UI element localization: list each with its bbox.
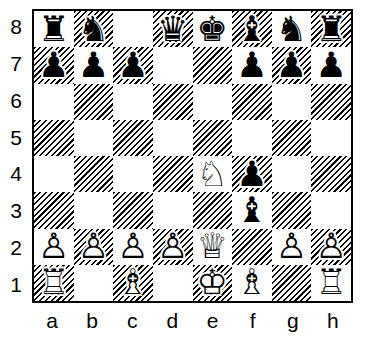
file-label-g: g [273, 303, 313, 339]
piece-black-pawn: ♟♟ [34, 47, 74, 83]
square-g3[interactable] [272, 192, 312, 228]
square-d1[interactable] [153, 265, 193, 301]
square-c7[interactable]: ♟♟ [113, 47, 153, 83]
piece-halo: ♜ [311, 11, 351, 47]
square-f7[interactable]: ♟♟ [232, 47, 272, 83]
piece-white-pawn: ♟♙ [272, 229, 312, 265]
piece-white-pawn: ♟♙ [74, 229, 114, 265]
piece-glyph: ♜ [34, 11, 74, 47]
rank-labels: 87654321 [0, 9, 32, 303]
square-e5[interactable] [193, 120, 233, 156]
piece-glyph: ♞ [74, 11, 114, 47]
piece-glyph: ♗ [232, 265, 272, 301]
piece-glyph: ♖ [34, 265, 74, 301]
piece-glyph: ♗ [113, 265, 153, 301]
piece-halo: ♝ [232, 265, 272, 301]
piece-glyph: ♖ [311, 265, 351, 301]
piece-halo: ♟ [34, 229, 74, 265]
piece-white-rook: ♜♖ [34, 265, 74, 301]
square-h4[interactable] [311, 156, 351, 192]
square-c5[interactable] [113, 120, 153, 156]
piece-black-pawn: ♟♟ [311, 47, 351, 83]
piece-glyph: ♚ [193, 11, 233, 47]
piece-white-pawn: ♟♙ [113, 229, 153, 265]
piece-white-pawn: ♟♙ [311, 229, 351, 265]
piece-white-bishop: ♝♗ [113, 265, 153, 301]
rank-label-8: 8 [0, 9, 32, 46]
piece-white-rook: ♜♖ [311, 265, 351, 301]
piece-halo: ♟ [232, 47, 272, 83]
square-g2[interactable]: ♟♙ [272, 229, 312, 265]
square-g7[interactable]: ♟♟ [272, 47, 312, 83]
file-label-d: d [152, 303, 192, 339]
piece-glyph: ♙ [113, 229, 153, 265]
piece-glyph: ♟ [34, 47, 74, 83]
square-b6[interactable] [74, 84, 114, 120]
square-e6[interactable] [193, 84, 233, 120]
file-label-c: c [112, 303, 152, 339]
file-label-h: h [313, 303, 353, 339]
square-c4[interactable] [113, 156, 153, 192]
piece-glyph: ♙ [311, 229, 351, 265]
chess-board: ♜♜♞♞♛♛♚♚♝♝♞♞♜♜♟♟♟♟♟♟♟♟♟♟♟♟♞♘♟♟♝♝♟♙♟♙♟♙♟♙… [32, 9, 353, 303]
piece-glyph: ♞ [272, 11, 312, 47]
piece-halo: ♞ [272, 11, 312, 47]
piece-glyph: ♙ [34, 229, 74, 265]
piece-glyph: ♙ [272, 229, 312, 265]
square-d3[interactable] [153, 192, 193, 228]
piece-halo: ♟ [232, 156, 272, 192]
piece-black-knight: ♞♞ [272, 11, 312, 47]
square-c2[interactable]: ♟♙ [113, 229, 153, 265]
square-f6[interactable] [232, 84, 272, 120]
square-e4[interactable]: ♞♘ [193, 156, 233, 192]
square-a8[interactable]: ♜♜ [34, 11, 74, 47]
square-g5[interactable] [272, 120, 312, 156]
rank-label-3: 3 [0, 193, 32, 230]
square-b7[interactable]: ♟♟ [74, 47, 114, 83]
rank-label-6: 6 [0, 83, 32, 120]
square-c1[interactable]: ♝♗ [113, 265, 153, 301]
rank-label-1: 1 [0, 266, 32, 303]
rank-label-5: 5 [0, 119, 32, 156]
piece-halo: ♞ [74, 11, 114, 47]
piece-halo: ♞ [193, 156, 233, 192]
piece-halo: ♚ [193, 11, 233, 47]
piece-white-pawn: ♟♙ [34, 229, 74, 265]
piece-white-king: ♚♔ [193, 265, 233, 301]
square-h1[interactable]: ♜♖ [311, 265, 351, 301]
piece-glyph: ♕ [193, 229, 233, 265]
piece-white-queen: ♛♕ [193, 229, 233, 265]
square-g8[interactable]: ♞♞ [272, 11, 312, 47]
piece-black-pawn: ♟♟ [232, 156, 272, 192]
square-a2[interactable]: ♟♙ [34, 229, 74, 265]
piece-glyph: ♟ [272, 47, 312, 83]
piece-black-pawn: ♟♟ [113, 47, 153, 83]
piece-glyph: ♛ [153, 11, 193, 47]
square-a7[interactable]: ♟♟ [34, 47, 74, 83]
piece-glyph: ♙ [74, 229, 114, 265]
square-a3[interactable] [34, 192, 74, 228]
piece-halo: ♛ [193, 229, 233, 265]
piece-glyph: ♟ [74, 47, 114, 83]
piece-halo: ♟ [34, 47, 74, 83]
square-a1[interactable]: ♜♖ [34, 265, 74, 301]
piece-halo: ♝ [113, 265, 153, 301]
piece-halo: ♝ [232, 11, 272, 47]
file-label-f: f [233, 303, 273, 339]
square-h2[interactable]: ♟♙ [311, 229, 351, 265]
square-h7[interactable]: ♟♟ [311, 47, 351, 83]
piece-halo: ♟ [272, 47, 312, 83]
piece-black-rook: ♜♜ [311, 11, 351, 47]
piece-black-king: ♚♚ [193, 11, 233, 47]
piece-black-pawn: ♟♟ [272, 47, 312, 83]
square-b3[interactable] [74, 192, 114, 228]
square-c8[interactable] [113, 11, 153, 47]
file-label-a: a [32, 303, 72, 339]
piece-halo: ♜ [34, 265, 74, 301]
square-f5[interactable] [232, 120, 272, 156]
piece-glyph: ♟ [232, 47, 272, 83]
square-b4[interactable] [74, 156, 114, 192]
piece-halo: ♟ [153, 229, 193, 265]
square-f3[interactable]: ♝♝ [232, 192, 272, 228]
piece-black-knight: ♞♞ [74, 11, 114, 47]
rank-label-2: 2 [0, 230, 32, 267]
square-b8[interactable]: ♞♞ [74, 11, 114, 47]
piece-black-rook: ♜♜ [34, 11, 74, 47]
piece-halo: ♜ [311, 265, 351, 301]
piece-black-bishop: ♝♝ [232, 192, 272, 228]
chess-diagram: 87654321 ♜♜♞♞♛♛♚♚♝♝♞♞♜♜♟♟♟♟♟♟♟♟♟♟♟♟♞♘♟♟♝… [0, 0, 376, 339]
rank-label-4: 4 [0, 156, 32, 193]
square-d2[interactable]: ♟♙ [153, 229, 193, 265]
piece-halo: ♝ [232, 192, 272, 228]
file-label-b: b [72, 303, 112, 339]
piece-halo: ♟ [311, 229, 351, 265]
piece-halo: ♟ [74, 229, 114, 265]
square-e1[interactable]: ♚♔ [193, 265, 233, 301]
square-f1[interactable]: ♝♗ [232, 265, 272, 301]
piece-white-pawn: ♟♙ [153, 229, 193, 265]
square-c3[interactable] [113, 192, 153, 228]
square-d6[interactable] [153, 84, 193, 120]
file-label-e: e [193, 303, 233, 339]
square-d7[interactable] [153, 47, 193, 83]
piece-halo: ♟ [113, 47, 153, 83]
piece-glyph: ♙ [153, 229, 193, 265]
piece-black-queen: ♛♛ [153, 11, 193, 47]
square-h3[interactable] [311, 192, 351, 228]
piece-white-bishop: ♝♗ [232, 265, 272, 301]
square-d4[interactable] [153, 156, 193, 192]
square-h8[interactable]: ♜♜ [311, 11, 351, 47]
piece-halo: ♛ [153, 11, 193, 47]
piece-glyph: ♜ [311, 11, 351, 47]
piece-glyph: ♟ [311, 47, 351, 83]
piece-halo: ♟ [113, 229, 153, 265]
piece-halo: ♟ [272, 229, 312, 265]
piece-black-pawn: ♟♟ [232, 47, 272, 83]
piece-white-knight: ♞♘ [193, 156, 233, 192]
piece-black-bishop: ♝♝ [232, 11, 272, 47]
square-g4[interactable] [272, 156, 312, 192]
square-e2[interactable]: ♛♕ [193, 229, 233, 265]
square-a5[interactable] [34, 120, 74, 156]
file-labels: abcdefgh [32, 303, 353, 339]
square-a6[interactable] [34, 84, 74, 120]
square-f4[interactable]: ♟♟ [232, 156, 272, 192]
square-c6[interactable] [113, 84, 153, 120]
square-d5[interactable] [153, 120, 193, 156]
square-a4[interactable] [34, 156, 74, 192]
square-e8[interactable]: ♚♚ [193, 11, 233, 47]
piece-halo: ♟ [74, 47, 114, 83]
piece-glyph: ♔ [193, 265, 233, 301]
piece-glyph: ♟ [113, 47, 153, 83]
piece-black-pawn: ♟♟ [74, 47, 114, 83]
square-b1[interactable] [74, 265, 114, 301]
square-d8[interactable]: ♛♛ [153, 11, 193, 47]
square-e3[interactable] [193, 192, 233, 228]
piece-glyph: ♝ [232, 11, 272, 47]
square-b2[interactable]: ♟♙ [74, 229, 114, 265]
piece-glyph: ♟ [232, 156, 272, 192]
piece-halo: ♟ [311, 47, 351, 83]
square-f2[interactable] [232, 229, 272, 265]
square-b5[interactable] [74, 120, 114, 156]
square-f8[interactable]: ♝♝ [232, 11, 272, 47]
rank-label-7: 7 [0, 46, 32, 83]
square-e7[interactable] [193, 47, 233, 83]
square-h5[interactable] [311, 120, 351, 156]
square-g6[interactable] [272, 84, 312, 120]
square-h6[interactable] [311, 84, 351, 120]
piece-glyph: ♘ [193, 156, 233, 192]
piece-halo: ♚ [193, 265, 233, 301]
piece-glyph: ♝ [232, 192, 272, 228]
piece-halo: ♜ [34, 11, 74, 47]
square-g1[interactable] [272, 265, 312, 301]
